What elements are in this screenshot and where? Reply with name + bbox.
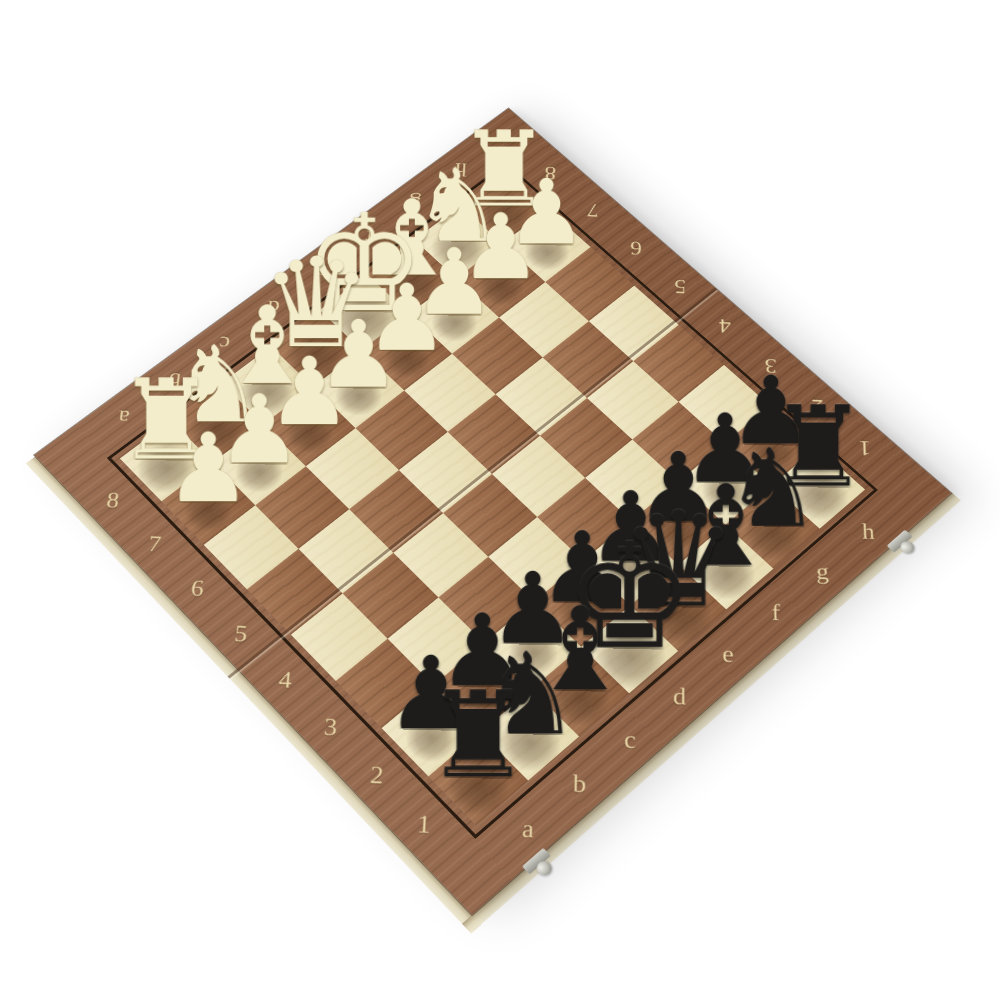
rank-label-right-4: 4 [719, 314, 731, 337]
file-label-far-g: g [409, 192, 422, 214]
rank-label-right-3: 3 [764, 354, 776, 377]
file-label-far-e: e [316, 261, 328, 283]
rank-label-right-8: 8 [544, 162, 556, 183]
file-label-far-d: d [267, 296, 281, 319]
black-rook-glyph: ♜ [384, 659, 572, 778]
rank-label-right-6: 6 [630, 237, 642, 259]
file-label-far-h: h [455, 158, 468, 179]
product-photo-scene: aa88bb77cc66dd55ee44ff33gg22hh11 ♜♞♟♝♟♚♟… [0, 0, 1000, 1000]
rank-label-right-7: 7 [587, 199, 599, 221]
chess-board: aa88bb77cc66dd55ee44ff33gg22hh11 ♜♞♟♝♟♚♟… [34, 108, 951, 914]
file-label-far-f: f [364, 226, 373, 248]
white-pawn-glyph: ♟ [120, 408, 297, 504]
rank-label-right-5: 5 [674, 275, 686, 298]
